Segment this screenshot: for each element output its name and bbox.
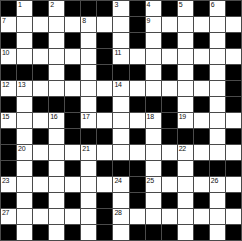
- black-cell-r4c8: [130, 65, 145, 80]
- white-cell-r4c3[interactable]: [49, 65, 64, 80]
- black-cell-r0c5: [81, 1, 96, 16]
- white-cell-r1c11[interactable]: [178, 17, 193, 32]
- clue-number-24: 24: [114, 177, 121, 185]
- black-cell-r14c9: [146, 225, 161, 240]
- black-cell-r10c6: [97, 161, 112, 176]
- white-cell-r13c3[interactable]: [49, 209, 64, 224]
- white-cell-r14c13[interactable]: [210, 225, 225, 240]
- white-cell-r9c5[interactable]: 21: [81, 145, 96, 160]
- clue-number-21: 21: [82, 145, 89, 153]
- white-cell-r13c1[interactable]: [17, 209, 32, 224]
- white-cell-r10c9[interactable]: [146, 161, 161, 176]
- black-cell-r14c4: [65, 225, 80, 240]
- black-cell-r8c6: [97, 129, 112, 144]
- white-cell-r9c8[interactable]: [130, 145, 145, 160]
- clue-number-11: 11: [114, 49, 121, 57]
- white-cell-r6c1[interactable]: [17, 97, 32, 112]
- white-cell-r0c7[interactable]: 3: [113, 1, 128, 16]
- white-cell-r5c12[interactable]: [194, 81, 209, 96]
- black-cell-r6c14: [226, 97, 241, 112]
- black-cell-r4c7: [113, 65, 128, 80]
- clue-number-14: 14: [114, 81, 121, 89]
- white-cell-r11c4[interactable]: [65, 177, 80, 192]
- white-cell-r9c3[interactable]: [49, 145, 64, 160]
- white-cell-r6c13[interactable]: [210, 97, 225, 112]
- white-cell-r0c11[interactable]: 5: [178, 1, 193, 16]
- white-cell-r11c1[interactable]: [17, 177, 32, 192]
- white-cell-r3c3[interactable]: [49, 49, 64, 64]
- white-cell-r1c13[interactable]: [210, 17, 225, 32]
- white-cell-r3c13[interactable]: [210, 49, 225, 64]
- black-cell-r12c10: [162, 193, 177, 208]
- black-cell-r0c2: [33, 1, 48, 16]
- white-cell-r14c5[interactable]: [81, 225, 96, 240]
- white-cell-r0c9[interactable]: 4: [146, 1, 161, 16]
- white-cell-r13c13[interactable]: [210, 209, 225, 224]
- black-cell-r6c10: [162, 97, 177, 112]
- white-cell-r2c13[interactable]: [210, 33, 225, 48]
- white-cell-r13c2[interactable]: [33, 209, 48, 224]
- white-cell-r2c7[interactable]: [113, 33, 128, 48]
- white-cell-r13c4[interactable]: [65, 209, 80, 224]
- black-cell-r7c10: [162, 113, 177, 128]
- white-cell-r12c13[interactable]: [210, 193, 225, 208]
- white-cell-r1c5[interactable]: 8: [81, 17, 96, 32]
- black-cell-r12c0: [1, 193, 16, 208]
- white-cell-r3c1[interactable]: [17, 49, 32, 64]
- white-cell-r1c0[interactable]: 7: [1, 17, 16, 32]
- black-cell-r14c8: [130, 225, 145, 240]
- white-cell-r11c11[interactable]: [178, 177, 193, 192]
- white-cell-r4c9[interactable]: [146, 65, 161, 80]
- white-cell-r7c1[interactable]: [17, 113, 32, 128]
- clue-number-3: 3: [114, 1, 118, 9]
- white-cell-r3c9[interactable]: [146, 49, 161, 64]
- white-cell-r11c13[interactable]: 26: [210, 177, 225, 192]
- white-cell-r3c5[interactable]: [81, 49, 96, 64]
- clue-number-20: 20: [18, 145, 25, 153]
- clue-number-15: 15: [2, 113, 9, 121]
- black-cell-r10c13: [210, 161, 225, 176]
- clue-number-9: 9: [147, 17, 151, 25]
- clue-number-5: 5: [179, 1, 183, 9]
- white-cell-r4c13[interactable]: [210, 65, 225, 80]
- white-cell-r0c13[interactable]: 6: [210, 1, 225, 16]
- black-cell-r8c8: [130, 129, 145, 144]
- black-cell-r6c12: [194, 97, 209, 112]
- white-cell-r8c9[interactable]: [146, 129, 161, 144]
- clue-number-18: 18: [147, 113, 154, 121]
- black-cell-r2c2: [33, 33, 48, 48]
- white-cell-r8c1[interactable]: [17, 129, 32, 144]
- white-cell-r6c11[interactable]: [178, 97, 193, 112]
- white-cell-r9c11[interactable]: 22: [178, 145, 193, 160]
- white-cell-r7c5[interactable]: 17: [81, 113, 96, 128]
- white-cell-r10c5[interactable]: [81, 161, 96, 176]
- black-cell-r2c14: [226, 33, 241, 48]
- black-cell-r0c12: [194, 1, 209, 16]
- white-cell-r3c11[interactable]: [178, 49, 193, 64]
- black-cell-r6c8: [130, 97, 145, 112]
- white-cell-r9c12[interactable]: [194, 145, 209, 160]
- black-cell-r6c2: [33, 97, 48, 112]
- white-cell-r5c2[interactable]: [33, 81, 48, 96]
- clue-number-4: 4: [147, 1, 151, 9]
- white-cell-r3c14[interactable]: [226, 49, 241, 64]
- white-cell-r5c6[interactable]: [97, 81, 112, 96]
- black-cell-r10c2: [33, 161, 48, 176]
- black-cell-r6c3: [49, 97, 64, 112]
- white-cell-r9c4[interactable]: [65, 145, 80, 160]
- white-cell-r3c10[interactable]: [162, 49, 177, 64]
- black-cell-r2c6: [97, 33, 112, 48]
- white-cell-r0c3[interactable]: 2: [49, 1, 64, 16]
- clue-number-7: 7: [2, 17, 6, 25]
- white-cell-r9c1[interactable]: 20: [17, 145, 32, 160]
- white-cell-r7c3[interactable]: 16: [49, 113, 64, 128]
- white-cell-r7c13[interactable]: [210, 113, 225, 128]
- black-cell-r6c0: [1, 97, 16, 112]
- white-cell-r11c0[interactable]: 23: [1, 177, 16, 192]
- clue-number-17: 17: [82, 113, 89, 121]
- white-cell-r3c2[interactable]: [33, 49, 48, 64]
- clue-number-10: 10: [2, 49, 9, 57]
- white-cell-r7c8[interactable]: [130, 113, 145, 128]
- white-cell-r14c11[interactable]: [178, 225, 193, 240]
- black-cell-r6c9: [146, 97, 161, 112]
- black-cell-r4c2: [33, 65, 48, 80]
- black-cell-r4c4: [65, 65, 80, 80]
- white-cell-r2c5[interactable]: [81, 33, 96, 48]
- clue-number-8: 8: [82, 17, 86, 25]
- black-cell-r12c8: [130, 193, 145, 208]
- black-cell-r4c12: [194, 65, 209, 80]
- black-cell-r8c11: [178, 129, 193, 144]
- white-cell-r12c3[interactable]: [49, 193, 64, 208]
- white-cell-r5c8[interactable]: [130, 81, 145, 96]
- white-cell-r5c13[interactable]: [210, 81, 225, 96]
- white-cell-r12c5[interactable]: [81, 193, 96, 208]
- white-cell-r11c7[interactable]: 24: [113, 177, 128, 192]
- black-cell-r2c4: [65, 33, 80, 48]
- black-cell-r8c0: [1, 129, 16, 144]
- white-cell-r13c5[interactable]: [81, 209, 96, 224]
- white-cell-r1c2[interactable]: [33, 17, 48, 32]
- black-cell-r4c6: [97, 65, 112, 80]
- crossword-grid: 1234567891011121314151617181920212223242…: [0, 0, 242, 241]
- white-cell-r7c9[interactable]: 18: [146, 113, 161, 128]
- black-cell-r12c12: [194, 193, 209, 208]
- white-cell-r5c3[interactable]: [49, 81, 64, 96]
- white-cell-r3c12[interactable]: [194, 49, 209, 64]
- black-cell-r10c14: [226, 161, 241, 176]
- black-cell-r6c6: [97, 97, 112, 112]
- black-cell-r14c2: [33, 225, 48, 240]
- white-cell-r13c8[interactable]: [130, 209, 145, 224]
- black-cell-r10c7: [113, 161, 128, 176]
- black-cell-r0c14: [226, 1, 241, 16]
- clue-number-22: 22: [179, 145, 186, 153]
- black-cell-r10c4: [65, 161, 80, 176]
- white-cell-r5c7[interactable]: 14: [113, 81, 128, 96]
- black-cell-r12c6: [97, 193, 112, 208]
- white-cell-r12c11[interactable]: [178, 193, 193, 208]
- black-cell-r14c14: [226, 225, 241, 240]
- black-cell-r11c8: [130, 177, 145, 192]
- clue-number-16: 16: [50, 113, 57, 121]
- black-cell-r13c6: [97, 209, 112, 224]
- white-cell-r12c7[interactable]: [113, 193, 128, 208]
- white-cell-r11c2[interactable]: [33, 177, 48, 192]
- black-cell-r8c4: [65, 129, 80, 144]
- white-cell-r3c4[interactable]: [65, 49, 80, 64]
- white-cell-r10c3[interactable]: [49, 161, 64, 176]
- white-cell-r13c11[interactable]: [178, 209, 193, 224]
- clue-number-27: 27: [2, 209, 9, 217]
- white-cell-r1c14[interactable]: [226, 17, 241, 32]
- white-cell-r7c7[interactable]: [113, 113, 128, 128]
- white-cell-r8c7[interactable]: [113, 129, 128, 144]
- black-cell-r5c14: [226, 81, 241, 96]
- white-cell-r9c14[interactable]: [226, 145, 241, 160]
- white-cell-r14c7[interactable]: [113, 225, 128, 240]
- black-cell-r4c0: [1, 65, 16, 80]
- white-cell-r7c12[interactable]: [194, 113, 209, 128]
- white-cell-r9c10[interactable]: [162, 145, 177, 160]
- white-cell-r2c1[interactable]: [17, 33, 32, 48]
- clue-number-23: 23: [2, 177, 9, 185]
- white-cell-r1c9[interactable]: 9: [146, 17, 161, 32]
- black-cell-r12c2: [33, 193, 48, 208]
- black-cell-r10c12: [194, 161, 209, 176]
- clue-number-13: 13: [18, 81, 25, 89]
- black-cell-r2c8: [130, 33, 145, 48]
- white-cell-r11c14[interactable]: [226, 177, 241, 192]
- clue-number-25: 25: [147, 177, 154, 185]
- white-cell-r1c1[interactable]: [17, 17, 32, 32]
- white-cell-r3c8[interactable]: [130, 49, 145, 64]
- black-cell-r10c8: [130, 161, 145, 176]
- black-cell-r12c14: [226, 193, 241, 208]
- black-cell-r2c0: [1, 33, 16, 48]
- black-cell-r6c4: [65, 97, 80, 112]
- black-cell-r2c10: [162, 33, 177, 48]
- black-cell-r0c4: [65, 1, 80, 16]
- black-cell-r4c14: [226, 65, 241, 80]
- white-cell-r5c1[interactable]: 13: [17, 81, 32, 96]
- white-cell-r9c9[interactable]: [146, 145, 161, 160]
- black-cell-r0c6: [97, 1, 112, 16]
- black-cell-r9c0: [1, 145, 16, 160]
- white-cell-r11c9[interactable]: 25: [146, 177, 161, 192]
- black-cell-r14c0: [1, 225, 16, 240]
- white-cell-r14c3[interactable]: [49, 225, 64, 240]
- black-cell-r8c5: [81, 129, 96, 144]
- white-cell-r10c1[interactable]: [17, 161, 32, 176]
- white-cell-r9c6[interactable]: [97, 145, 112, 160]
- black-cell-r4c1: [17, 65, 32, 80]
- white-cell-r3c7[interactable]: 11: [113, 49, 128, 64]
- white-cell-r13c9[interactable]: [146, 209, 161, 224]
- white-cell-r9c2[interactable]: [33, 145, 48, 160]
- white-cell-r7c2[interactable]: [33, 113, 48, 128]
- black-cell-r10c10: [162, 161, 177, 176]
- black-cell-r8c2: [33, 129, 48, 144]
- black-cell-r3c6: [97, 49, 112, 64]
- white-cell-r1c12[interactable]: [194, 17, 209, 32]
- clue-number-19: 19: [179, 113, 186, 121]
- black-cell-r1c8: [130, 17, 145, 32]
- black-cell-r8c10: [162, 129, 177, 144]
- white-cell-r5c11[interactable]: [178, 81, 193, 96]
- white-cell-r14c1[interactable]: [17, 225, 32, 240]
- white-cell-r7c0[interactable]: 15: [1, 113, 16, 128]
- white-cell-r11c12[interactable]: [194, 177, 209, 192]
- black-cell-r14c12: [194, 225, 209, 240]
- white-cell-r3c0[interactable]: 10: [1, 49, 16, 64]
- white-cell-r7c11[interactable]: 19: [178, 113, 193, 128]
- white-cell-r4c5[interactable]: [81, 65, 96, 80]
- white-cell-r12c9[interactable]: [146, 193, 161, 208]
- white-cell-r9c13[interactable]: [210, 145, 225, 160]
- black-cell-r0c8: [130, 1, 145, 16]
- white-cell-r5c5[interactable]: [81, 81, 96, 96]
- white-cell-r1c3[interactable]: [49, 17, 64, 32]
- white-cell-r8c3[interactable]: [49, 129, 64, 144]
- white-cell-r11c10[interactable]: [162, 177, 177, 192]
- clue-number-12: 12: [2, 81, 9, 89]
- black-cell-r7c4: [65, 113, 80, 128]
- clue-number-1: 1: [18, 1, 22, 9]
- white-cell-r10c11[interactable]: [178, 161, 193, 176]
- white-cell-r11c5[interactable]: [81, 177, 96, 192]
- white-cell-r13c10[interactable]: [162, 209, 177, 224]
- black-cell-r12c4: [65, 193, 80, 208]
- white-cell-r0c1[interactable]: 1: [17, 1, 32, 16]
- white-cell-r13c0[interactable]: 27: [1, 209, 16, 224]
- white-cell-r1c4[interactable]: [65, 17, 80, 32]
- white-cell-r2c9[interactable]: [146, 33, 161, 48]
- white-cell-r7c6[interactable]: [97, 113, 112, 128]
- black-cell-r14c10: [162, 225, 177, 240]
- white-cell-r5c0[interactable]: 12: [1, 81, 16, 96]
- white-cell-r5c9[interactable]: [146, 81, 161, 96]
- black-cell-r2c12: [194, 33, 209, 48]
- black-cell-r4c10: [162, 65, 177, 80]
- clue-number-28: 28: [114, 209, 121, 217]
- white-cell-r11c3[interactable]: [49, 177, 64, 192]
- white-cell-r6c7[interactable]: [113, 97, 128, 112]
- white-cell-r1c7[interactable]: [113, 17, 128, 32]
- white-cell-r12c1[interactable]: [17, 193, 32, 208]
- clue-number-2: 2: [50, 1, 54, 9]
- black-cell-r8c12: [194, 129, 209, 144]
- black-cell-r10c0: [1, 161, 16, 176]
- clue-number-6: 6: [211, 1, 215, 9]
- white-cell-r11c6[interactable]: [97, 177, 112, 192]
- clue-number-26: 26: [211, 177, 218, 185]
- white-cell-r13c7[interactable]: 28: [113, 209, 128, 224]
- black-cell-r14c6: [97, 225, 112, 240]
- white-cell-r1c6[interactable]: [97, 17, 112, 32]
- white-cell-r5c4[interactable]: [65, 81, 80, 96]
- white-cell-r5c10[interactable]: [162, 81, 177, 96]
- white-cell-r1c10[interactable]: [162, 17, 177, 32]
- black-cell-r0c10: [162, 1, 177, 16]
- black-cell-r8c14: [226, 129, 241, 144]
- black-cell-r0c0: [1, 1, 16, 16]
- white-cell-r4c11[interactable]: [178, 65, 193, 80]
- white-cell-r13c14[interactable]: [226, 209, 241, 224]
- white-cell-r8c13[interactable]: [210, 129, 225, 144]
- white-cell-r6c5[interactable]: [81, 97, 96, 112]
- white-cell-r13c12[interactable]: [194, 209, 209, 224]
- white-cell-r2c3[interactable]: [49, 33, 64, 48]
- white-cell-r9c7[interactable]: [113, 145, 128, 160]
- white-cell-r7c14[interactable]: [226, 113, 241, 128]
- white-cell-r2c11[interactable]: [178, 33, 193, 48]
